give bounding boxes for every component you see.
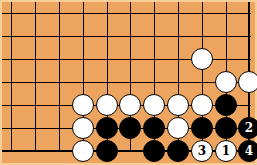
stone-white-1: 1 xyxy=(215,140,237,162)
stone-black xyxy=(215,117,237,139)
stone-white xyxy=(215,71,237,93)
go-board: 2314 xyxy=(0,0,257,165)
grid-line-horizontal xyxy=(2,150,251,152)
stone-black xyxy=(143,140,165,162)
grid-line-horizontal xyxy=(2,13,251,14)
move-number-label: 4 xyxy=(245,145,253,157)
stone-black xyxy=(191,117,213,139)
grid-line-horizontal xyxy=(2,36,251,37)
stone-white-3: 3 xyxy=(191,140,213,162)
grid-line-vertical xyxy=(11,2,12,152)
stone-white xyxy=(191,94,213,116)
stone-white xyxy=(167,117,189,139)
stone-black xyxy=(143,117,165,139)
stone-white xyxy=(119,94,141,116)
board-frame-bottom xyxy=(0,163,257,165)
move-number-label: 2 xyxy=(245,122,253,134)
grid-line-horizontal xyxy=(2,82,251,83)
stone-black xyxy=(167,140,189,162)
stone-white xyxy=(238,71,257,93)
stone-black xyxy=(96,117,118,139)
stone-black-2: 2 xyxy=(238,117,257,139)
stone-white xyxy=(72,117,94,139)
stone-white xyxy=(72,94,94,116)
move-number-label: 3 xyxy=(198,145,206,157)
stone-black-4: 4 xyxy=(238,140,257,162)
stone-black xyxy=(96,140,118,162)
stone-white xyxy=(167,94,189,116)
move-number-label: 1 xyxy=(222,145,230,157)
board-frame-left xyxy=(0,0,2,165)
board-frame-top xyxy=(0,0,257,2)
stone-white xyxy=(143,94,165,116)
stone-black xyxy=(215,94,237,116)
stone-black xyxy=(119,117,141,139)
grid-line-vertical xyxy=(35,2,36,152)
grid-line-horizontal xyxy=(2,59,251,60)
grid-line-vertical xyxy=(59,2,60,152)
stone-white xyxy=(191,48,213,70)
stone-white xyxy=(72,140,94,162)
stone-white xyxy=(96,94,118,116)
